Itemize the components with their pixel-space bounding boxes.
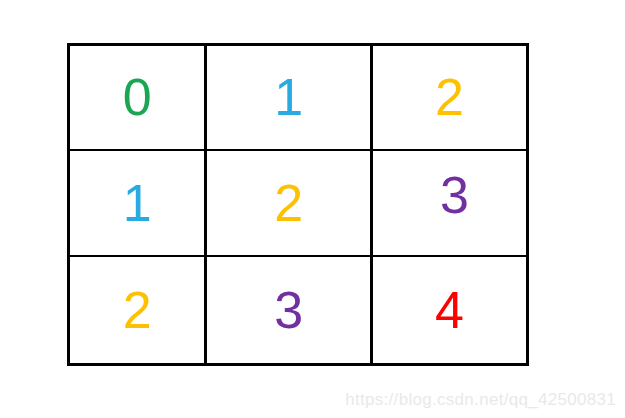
- grid-cell-r1c2: 3: [373, 151, 526, 258]
- grid-cell-r1c0: 1: [70, 151, 207, 258]
- cell-value: 1: [274, 71, 303, 123]
- grid-cell-r2c0: 2: [70, 257, 207, 363]
- cell-value: 0: [123, 71, 152, 123]
- grid-cell-r2c1: 3: [207, 257, 373, 363]
- grid-cell-r0c0: 0: [70, 46, 207, 151]
- grid-cell-r2c2: 4: [373, 257, 526, 363]
- cell-value: 2: [123, 284, 152, 336]
- cell-value: 2: [274, 177, 303, 229]
- cell-value: 4: [435, 284, 464, 336]
- cell-value: 3: [440, 169, 469, 221]
- watermark: https://blog.csdn.net/qq_42500831: [345, 390, 616, 410]
- number-grid: 0 1 2 1 2 3 2 3 4: [67, 43, 529, 366]
- screenshot-canvas: 0 1 2 1 2 3 2 3 4 https://blog.csdn.net/…: [0, 0, 625, 418]
- grid-cell-r0c1: 1: [207, 46, 373, 151]
- cell-value: 2: [435, 71, 464, 123]
- cell-value: 3: [274, 284, 303, 336]
- cell-value: 1: [123, 177, 152, 229]
- grid-cell-r0c2: 2: [373, 46, 526, 151]
- grid-cell-r1c1: 2: [207, 151, 373, 258]
